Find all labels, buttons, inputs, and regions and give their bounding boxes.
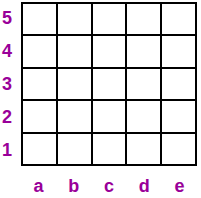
board-grid: [21, 2, 197, 166]
file-labels: abcde: [21, 166, 197, 198]
file-label: d: [127, 166, 162, 198]
rank-label: 4: [0, 35, 21, 68]
board-cell[interactable]: [58, 36, 91, 66]
board-cell[interactable]: [58, 101, 91, 131]
board-cell[interactable]: [127, 69, 160, 99]
board-cell[interactable]: [23, 101, 56, 131]
board-cell[interactable]: [93, 36, 126, 66]
board-cell[interactable]: [162, 134, 195, 164]
board-cell[interactable]: [93, 69, 126, 99]
board-cell[interactable]: [23, 134, 56, 164]
board-cell[interactable]: [58, 134, 91, 164]
board-cell[interactable]: [23, 69, 56, 99]
file-label: b: [56, 166, 91, 198]
board-cell[interactable]: [162, 4, 195, 34]
rank-labels: 54321: [0, 2, 21, 166]
board-cell[interactable]: [162, 101, 195, 131]
file-label: a: [21, 166, 56, 198]
board-cell[interactable]: [127, 101, 160, 131]
file-label: c: [91, 166, 126, 198]
board-cell[interactable]: [58, 69, 91, 99]
file-label: e: [162, 166, 197, 198]
rank-label: 1: [0, 133, 21, 166]
board-cell[interactable]: [23, 4, 56, 34]
board-cell[interactable]: [127, 36, 160, 66]
rank-label: 3: [0, 68, 21, 101]
board-cell[interactable]: [93, 134, 126, 164]
rank-label: 2: [0, 100, 21, 133]
rank-label: 5: [0, 2, 21, 35]
board-cell[interactable]: [58, 4, 91, 34]
board-cell[interactable]: [162, 36, 195, 66]
board-cell[interactable]: [127, 134, 160, 164]
board-cell[interactable]: [162, 69, 195, 99]
board-cell[interactable]: [23, 36, 56, 66]
board-diagram: 54321 abcde: [0, 0, 201, 198]
board-cell[interactable]: [93, 101, 126, 131]
board-cell[interactable]: [127, 4, 160, 34]
board-cell[interactable]: [93, 4, 126, 34]
